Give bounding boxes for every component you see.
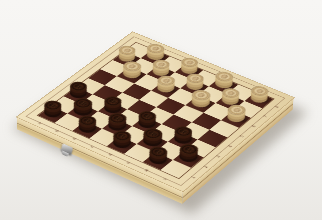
file-label: д bbox=[107, 153, 113, 157]
file-label: е bbox=[125, 161, 131, 164]
rank-label: 8 bbox=[274, 105, 280, 108]
light-piece[interactable]: ⛀ bbox=[247, 93, 271, 107]
rank-label: 2 bbox=[203, 165, 209, 168]
file-label: з bbox=[161, 177, 167, 180]
rank-label: 5 bbox=[239, 135, 245, 138]
file-label: ж bbox=[143, 168, 150, 172]
rank-label: 7 bbox=[263, 115, 269, 118]
square-7-7[interactable]: ⛀ bbox=[244, 92, 273, 109]
rank-label: 3 bbox=[215, 155, 221, 158]
photo-background: абвгдежз 12345678 ⛂⛂⛀⛂⛀⛀⛂⛂⛀⛂⛀⛀⛂⛂⛀⛂⛀⛀⛂⛂⛀⛂… bbox=[0, 0, 322, 220]
rank-label: 4 bbox=[227, 145, 233, 148]
file-label: в bbox=[72, 137, 78, 140]
light-piece[interactable]: ⛀ bbox=[189, 97, 213, 111]
light-piece[interactable]: ⛀ bbox=[224, 112, 248, 126]
metal-latch[interactable] bbox=[61, 143, 74, 155]
rank-label: 6 bbox=[251, 125, 257, 128]
file-label: а bbox=[37, 122, 43, 125]
file-label: б bbox=[54, 129, 60, 132]
rank-label: 1 bbox=[190, 176, 196, 179]
square-0-0[interactable]: ⛂ bbox=[38, 106, 68, 123]
file-label: г bbox=[89, 145, 95, 148]
